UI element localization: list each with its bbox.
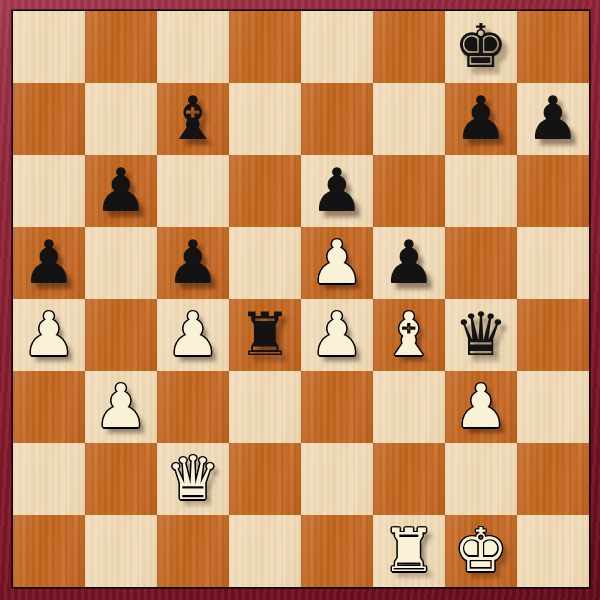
piece-white-pawn-e4[interactable]: ♟ bbox=[301, 299, 373, 371]
square-g1[interactable]: ♚ bbox=[445, 515, 517, 587]
square-h6[interactable] bbox=[517, 155, 589, 227]
square-b6[interactable]: ♟ bbox=[85, 155, 157, 227]
square-c1[interactable] bbox=[157, 515, 229, 587]
piece-black-pawn-h7[interactable]: ♟ bbox=[517, 83, 589, 155]
square-g3[interactable]: ♟ bbox=[445, 371, 517, 443]
square-c2[interactable]: ♛ bbox=[157, 443, 229, 515]
square-e4[interactable]: ♟ bbox=[301, 299, 373, 371]
square-b5[interactable] bbox=[85, 227, 157, 299]
square-f7[interactable] bbox=[373, 83, 445, 155]
square-b3[interactable]: ♟ bbox=[85, 371, 157, 443]
square-g2[interactable] bbox=[445, 443, 517, 515]
piece-black-rook-d4[interactable]: ♜ bbox=[229, 299, 301, 371]
square-h2[interactable] bbox=[517, 443, 589, 515]
square-b8[interactable] bbox=[85, 11, 157, 83]
square-h5[interactable] bbox=[517, 227, 589, 299]
square-c7[interactable]: ♝ bbox=[157, 83, 229, 155]
piece-black-pawn-e6[interactable]: ♟ bbox=[301, 155, 373, 227]
piece-black-pawn-g7[interactable]: ♟ bbox=[445, 83, 517, 155]
square-c8[interactable] bbox=[157, 11, 229, 83]
piece-white-pawn-c4[interactable]: ♟ bbox=[157, 299, 229, 371]
square-f4[interactable]: ♝ bbox=[373, 299, 445, 371]
square-d5[interactable] bbox=[229, 227, 301, 299]
square-a4[interactable]: ♟ bbox=[13, 299, 85, 371]
square-e8[interactable] bbox=[301, 11, 373, 83]
square-d1[interactable] bbox=[229, 515, 301, 587]
square-a8[interactable] bbox=[13, 11, 85, 83]
square-e2[interactable] bbox=[301, 443, 373, 515]
square-e1[interactable] bbox=[301, 515, 373, 587]
square-h7[interactable]: ♟ bbox=[517, 83, 589, 155]
square-h3[interactable] bbox=[517, 371, 589, 443]
square-g7[interactable]: ♟ bbox=[445, 83, 517, 155]
piece-black-pawn-c5[interactable]: ♟ bbox=[157, 227, 229, 299]
square-g5[interactable] bbox=[445, 227, 517, 299]
square-c4[interactable]: ♟ bbox=[157, 299, 229, 371]
square-c5[interactable]: ♟ bbox=[157, 227, 229, 299]
square-d2[interactable] bbox=[229, 443, 301, 515]
square-h4[interactable] bbox=[517, 299, 589, 371]
board-frame: ♚♝♟♟♟♟♟♟♟♟♟♟♜♟♝♛♟♟♛♜♚ bbox=[0, 0, 600, 600]
square-g4[interactable]: ♛ bbox=[445, 299, 517, 371]
square-h8[interactable] bbox=[517, 11, 589, 83]
square-a6[interactable] bbox=[13, 155, 85, 227]
square-a5[interactable]: ♟ bbox=[13, 227, 85, 299]
square-a2[interactable] bbox=[13, 443, 85, 515]
square-f6[interactable] bbox=[373, 155, 445, 227]
chess-board: ♚♝♟♟♟♟♟♟♟♟♟♟♜♟♝♛♟♟♛♜♚ bbox=[12, 10, 590, 588]
square-d4[interactable]: ♜ bbox=[229, 299, 301, 371]
piece-black-king-g8[interactable]: ♚ bbox=[445, 11, 517, 83]
square-d8[interactable] bbox=[229, 11, 301, 83]
square-f8[interactable] bbox=[373, 11, 445, 83]
piece-black-pawn-a5[interactable]: ♟ bbox=[13, 227, 85, 299]
square-e7[interactable] bbox=[301, 83, 373, 155]
piece-white-pawn-a4[interactable]: ♟ bbox=[13, 299, 85, 371]
piece-white-bishop-f4[interactable]: ♝ bbox=[373, 299, 445, 371]
square-d7[interactable] bbox=[229, 83, 301, 155]
piece-white-pawn-b3[interactable]: ♟ bbox=[85, 371, 157, 443]
piece-white-pawn-g3[interactable]: ♟ bbox=[445, 371, 517, 443]
square-c3[interactable] bbox=[157, 371, 229, 443]
square-e6[interactable]: ♟ bbox=[301, 155, 373, 227]
square-d6[interactable] bbox=[229, 155, 301, 227]
square-b1[interactable] bbox=[85, 515, 157, 587]
piece-white-queen-c2[interactable]: ♛ bbox=[157, 443, 229, 515]
piece-white-rook-f1[interactable]: ♜ bbox=[373, 515, 445, 587]
square-f2[interactable] bbox=[373, 443, 445, 515]
square-g6[interactable] bbox=[445, 155, 517, 227]
square-f1[interactable]: ♜ bbox=[373, 515, 445, 587]
piece-black-pawn-f5[interactable]: ♟ bbox=[373, 227, 445, 299]
square-a3[interactable] bbox=[13, 371, 85, 443]
square-d3[interactable] bbox=[229, 371, 301, 443]
square-e3[interactable] bbox=[301, 371, 373, 443]
square-b7[interactable] bbox=[85, 83, 157, 155]
square-e5[interactable]: ♟ bbox=[301, 227, 373, 299]
square-a7[interactable] bbox=[13, 83, 85, 155]
square-h1[interactable] bbox=[517, 515, 589, 587]
square-c6[interactable] bbox=[157, 155, 229, 227]
square-a1[interactable] bbox=[13, 515, 85, 587]
square-g8[interactable]: ♚ bbox=[445, 11, 517, 83]
piece-white-pawn-e5[interactable]: ♟ bbox=[301, 227, 373, 299]
square-f3[interactable] bbox=[373, 371, 445, 443]
piece-black-pawn-b6[interactable]: ♟ bbox=[85, 155, 157, 227]
piece-black-bishop-c7[interactable]: ♝ bbox=[157, 83, 229, 155]
square-f5[interactable]: ♟ bbox=[373, 227, 445, 299]
square-b4[interactable] bbox=[85, 299, 157, 371]
piece-black-queen-g4[interactable]: ♛ bbox=[445, 299, 517, 371]
square-b2[interactable] bbox=[85, 443, 157, 515]
piece-white-king-g1[interactable]: ♚ bbox=[445, 515, 517, 587]
